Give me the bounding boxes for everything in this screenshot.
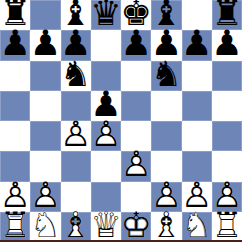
square-a7[interactable]: ♟ [0, 30, 30, 60]
black-piece-glyph: ♞ [151, 57, 182, 92]
white-piece-outline: ♖ [0, 208, 31, 242]
square-h6[interactable] [212, 61, 242, 91]
white-piece-outline: ♙ [120, 147, 151, 182]
piece-bQ-d8[interactable]: ♛ [91, 0, 121, 30]
white-piece-outline: ♕ [90, 208, 121, 242]
black-piece-glyph: ♟ [181, 26, 212, 61]
piece-wN-g1[interactable]: ♞♘ [182, 212, 212, 242]
square-h5[interactable] [212, 91, 242, 121]
square-f5[interactable] [151, 91, 181, 121]
piece-wB-c1[interactable]: ♝♗ [61, 212, 91, 242]
piece-bP-g7[interactable]: ♟ [182, 30, 212, 60]
square-e1[interactable]: ♚♔ [121, 212, 151, 242]
white-piece-outline: ♗ [151, 208, 182, 242]
square-e7[interactable]: ♟ [121, 30, 151, 60]
square-g4[interactable] [182, 121, 212, 151]
square-d3[interactable] [91, 151, 121, 181]
square-e5[interactable] [121, 91, 151, 121]
square-f4[interactable] [151, 121, 181, 151]
piece-bP-b7[interactable]: ♟ [30, 30, 60, 60]
white-piece-outline: ♘ [181, 208, 212, 242]
square-e3[interactable]: ♟♙ [121, 151, 151, 181]
square-d7[interactable] [91, 30, 121, 60]
square-g1[interactable]: ♞♘ [182, 212, 212, 242]
piece-wK-e1[interactable]: ♚♔ [121, 212, 151, 242]
square-b6[interactable] [30, 61, 60, 91]
board-grid: ♜♝♛♚♝♜♟♟♟♟♟♟♟♞♞♟♟♙♟♙♟♙♟♙♟♙♟♙♟♙♟♙♜♖♞♘♝♗♛♕… [0, 0, 242, 242]
piece-wP-d4[interactable]: ♟♙ [91, 121, 121, 151]
black-piece-glyph: ♟ [211, 26, 242, 61]
square-b5[interactable] [30, 91, 60, 121]
square-b4[interactable] [30, 121, 60, 151]
square-f1[interactable]: ♝♗ [151, 212, 181, 242]
piece-bP-e7[interactable]: ♟ [121, 30, 151, 60]
piece-wP-c4[interactable]: ♟♙ [61, 121, 91, 151]
piece-wB-f1[interactable]: ♝♗ [151, 212, 181, 242]
white-piece-outline: ♘ [30, 208, 61, 242]
square-c4[interactable]: ♟♙ [61, 121, 91, 151]
square-d8[interactable]: ♛ [91, 0, 121, 30]
square-e6[interactable] [121, 61, 151, 91]
chess-board: ♜♝♛♚♝♜♟♟♟♟♟♟♟♞♞♟♟♙♟♙♟♙♟♙♟♙♟♙♟♙♟♙♜♖♞♘♝♗♛♕… [0, 0, 242, 242]
white-piece-outline: ♙ [60, 117, 91, 152]
piece-wP-e3[interactable]: ♟♙ [121, 151, 151, 181]
black-piece-glyph: ♟ [0, 26, 31, 61]
piece-bN-c6[interactable]: ♞ [61, 61, 91, 91]
piece-bP-h7[interactable]: ♟ [212, 30, 242, 60]
square-h1[interactable]: ♜♖ [212, 212, 242, 242]
square-h4[interactable] [212, 121, 242, 151]
square-c3[interactable] [61, 151, 91, 181]
white-piece-outline: ♔ [120, 208, 151, 242]
square-g6[interactable] [182, 61, 212, 91]
square-d4[interactable]: ♟♙ [91, 121, 121, 151]
white-piece-outline: ♖ [211, 208, 242, 242]
square-d1[interactable]: ♛♕ [91, 212, 121, 242]
square-f6[interactable]: ♞ [151, 61, 181, 91]
square-a1[interactable]: ♜♖ [0, 212, 30, 242]
square-g7[interactable]: ♟ [182, 30, 212, 60]
square-a5[interactable] [0, 91, 30, 121]
black-piece-glyph: ♟ [30, 26, 61, 61]
black-piece-glyph: ♞ [60, 57, 91, 92]
square-c1[interactable]: ♝♗ [61, 212, 91, 242]
white-piece-outline: ♙ [90, 117, 121, 152]
square-g5[interactable] [182, 91, 212, 121]
square-a4[interactable] [0, 121, 30, 151]
square-a6[interactable] [0, 61, 30, 91]
square-c6[interactable]: ♞ [61, 61, 91, 91]
piece-wR-a1[interactable]: ♜♖ [0, 212, 30, 242]
square-h7[interactable]: ♟ [212, 30, 242, 60]
square-b7[interactable]: ♟ [30, 30, 60, 60]
piece-bN-f6[interactable]: ♞ [151, 61, 181, 91]
piece-wN-b1[interactable]: ♞♘ [30, 212, 60, 242]
piece-wR-h1[interactable]: ♜♖ [212, 212, 242, 242]
square-b1[interactable]: ♞♘ [30, 212, 60, 242]
black-piece-glyph: ♛ [90, 0, 121, 31]
white-piece-outline: ♗ [60, 208, 91, 242]
piece-bP-a7[interactable]: ♟ [0, 30, 30, 60]
black-piece-glyph: ♟ [120, 26, 151, 61]
piece-wQ-d1[interactable]: ♛♕ [91, 212, 121, 242]
